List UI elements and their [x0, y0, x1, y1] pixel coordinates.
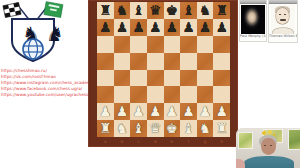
square-h6 — [213, 36, 230, 53]
presenter-torso — [244, 156, 294, 168]
square-e8: ♚ — [164, 2, 181, 19]
square-a1: ♜ — [97, 120, 114, 137]
square-g2: ♟ — [197, 103, 214, 120]
square-f5 — [180, 53, 197, 70]
piece-black-king: ♚ — [166, 3, 178, 17]
square-g5 — [197, 53, 214, 70]
file-label-d: d — [147, 139, 164, 145]
piece-black-pawn: ♟ — [99, 20, 111, 34]
sketch-face — [276, 8, 289, 24]
piece-white-pawn: ♟ — [166, 104, 178, 118]
file-label-f: f — [180, 139, 197, 145]
portrait-card-morphy: Paul Morphy (1837-1884) — [239, 0, 267, 42]
piece-black-rook: ♜ — [99, 3, 111, 17]
square-c5 — [130, 53, 147, 70]
square-f8: ♝ — [180, 2, 197, 19]
piece-black-bishop: ♝ — [133, 3, 145, 17]
file-label-h: h — [213, 139, 230, 145]
piece-black-bishop: ♝ — [182, 3, 194, 17]
square-g1: ♞ — [197, 120, 214, 137]
file-coordinates: abcdefgh — [97, 139, 230, 145]
square-e3 — [164, 86, 181, 103]
presenter-face — [261, 138, 276, 155]
square-b3 — [114, 86, 131, 103]
piece-black-pawn: ♟ — [199, 20, 211, 34]
sketch-shoulders — [273, 28, 293, 34]
wall-art-left — [238, 132, 253, 149]
square-c1: ♝ — [130, 120, 147, 137]
globe-icon — [23, 39, 43, 59]
square-g7: ♟ — [197, 19, 214, 36]
social-links: https://chesshmao.ru/ https://vk.com/ros… — [1, 68, 97, 98]
piece-white-rook: ♜ — [216, 121, 228, 135]
square-g6 — [197, 36, 214, 53]
piece-black-knight: ♞ — [116, 3, 128, 17]
file-label-e: e — [164, 139, 181, 145]
square-e4 — [164, 70, 181, 87]
square-b8: ♞ — [114, 2, 131, 19]
piece-white-bishop: ♝ — [182, 121, 194, 135]
square-d4 — [147, 70, 164, 87]
file-label-a: a — [97, 139, 114, 145]
square-d7: ♟ — [147, 19, 164, 36]
square-a4 — [97, 70, 114, 87]
right-knight-icon: ♞ — [46, 22, 64, 46]
webcam-view — [236, 128, 300, 168]
piece-black-pawn: ♟ — [116, 20, 128, 34]
square-c6 — [130, 36, 147, 53]
piece-black-pawn: ♟ — [149, 20, 161, 34]
piece-white-pawn: ♟ — [99, 104, 111, 118]
piece-black-pawn: ♟ — [182, 20, 194, 34]
square-h5 — [213, 53, 230, 70]
file-label-g: g — [197, 139, 214, 145]
square-g4 — [197, 70, 214, 87]
square-f2: ♟ — [180, 103, 197, 120]
square-c8: ♝ — [130, 2, 147, 19]
square-d3 — [147, 86, 164, 103]
square-b2: ♟ — [114, 103, 131, 120]
wall-art-right — [288, 129, 300, 150]
square-d8: ♛ — [147, 2, 164, 19]
portrait-photo-dark — [241, 5, 265, 34]
square-c4 — [130, 70, 147, 87]
square-d5 — [147, 53, 164, 70]
card-header-bar — [240, 0, 266, 4]
piece-white-rook: ♜ — [99, 121, 111, 135]
checkered-flag — [3, 2, 21, 17]
square-a3 — [97, 86, 114, 103]
crest-graphic: ♞ ♞ — [2, 1, 64, 65]
square-b1: ♞ — [114, 120, 131, 137]
square-a5 — [97, 53, 114, 70]
portrait-caption: Thomas Wilson Barnes (1825-1874) — [269, 34, 297, 39]
square-c3 — [130, 86, 147, 103]
file-label-b: b — [114, 139, 131, 145]
piece-white-bishop: ♝ — [133, 121, 145, 135]
square-d1: ♛ — [147, 120, 164, 137]
sketch-eye — [284, 14, 286, 15]
square-d2: ♟ — [147, 103, 164, 120]
square-f3 — [180, 86, 197, 103]
card-header-bar — [269, 0, 297, 4]
square-e7: ♟ — [164, 19, 181, 36]
square-c2: ♟ — [130, 103, 147, 120]
pink-object — [236, 159, 245, 168]
square-f7: ♟ — [180, 19, 197, 36]
piece-white-pawn: ♟ — [133, 104, 145, 118]
piece-black-pawn: ♟ — [166, 20, 178, 34]
portrait-sketch — [271, 5, 295, 34]
square-c7: ♟ — [130, 19, 147, 36]
square-f1: ♝ — [180, 120, 197, 137]
piece-black-pawn: ♟ — [133, 20, 145, 34]
square-b5 — [114, 53, 131, 70]
square-h8: ♜ — [213, 2, 230, 19]
square-g3 — [197, 86, 214, 103]
square-h3 — [213, 86, 230, 103]
square-b6 — [114, 36, 131, 53]
square-e6 — [164, 36, 181, 53]
link-youtube[interactable]: https://www.youtube.com/user/ugrachess — [1, 92, 97, 98]
chess-board-frame: ♜♞♝♛♚♝♞♜♟♟♟♟♟♟♟♟♟♟♟♟♟♟♟♟♜♞♝♛♚♝♞♜ abcdefg… — [88, 0, 238, 147]
square-a6 — [97, 36, 114, 53]
piece-white-knight: ♞ — [116, 121, 128, 135]
square-a2: ♟ — [97, 103, 114, 120]
square-e5 — [164, 53, 181, 70]
piece-white-pawn: ♟ — [116, 104, 128, 118]
square-h4 — [213, 70, 230, 87]
square-d6 — [147, 36, 164, 53]
square-h7: ♟ — [213, 19, 230, 36]
sketch-eye — [279, 14, 281, 15]
piece-black-queen: ♛ — [149, 3, 161, 17]
square-e2: ♟ — [164, 103, 181, 120]
square-b4 — [114, 70, 131, 87]
square-a7: ♟ — [97, 19, 114, 36]
piece-white-pawn: ♟ — [149, 104, 161, 118]
square-f4 — [180, 70, 197, 87]
square-h1: ♜ — [213, 120, 230, 137]
chess-board: ♜♞♝♛♚♝♞♜♟♟♟♟♟♟♟♟♟♟♟♟♟♟♟♟♜♞♝♛♚♝♞♜ — [97, 2, 230, 137]
piece-white-queen: ♛ — [149, 121, 161, 135]
portrait-card-barnes: Thomas Wilson Barnes (1825-1874) — [268, 0, 298, 43]
square-b7: ♟ — [114, 19, 131, 36]
chess-club-logo: ♞ ♞ — [2, 1, 64, 65]
piece-white-king: ♚ — [166, 121, 178, 135]
piece-white-pawn: ♟ — [199, 104, 211, 118]
portrait-caption: Paul Morphy (1837-1884) — [240, 34, 266, 39]
square-a8: ♜ — [97, 2, 114, 19]
piece-black-rook: ♜ — [216, 3, 228, 17]
square-h2: ♟ — [213, 103, 230, 120]
piece-white-pawn: ♟ — [216, 104, 228, 118]
square-g8: ♞ — [197, 2, 214, 19]
piece-white-pawn: ♟ — [182, 104, 194, 118]
piece-white-knight: ♞ — [199, 121, 211, 135]
square-f6 — [180, 36, 197, 53]
link-instagram[interactable]: https://www.instagram.com/chess_academy8… — [1, 80, 97, 86]
square-e1: ♚ — [164, 120, 181, 137]
piece-black-knight: ♞ — [199, 3, 211, 17]
green-flag — [44, 2, 63, 18]
sketch-mustache — [280, 19, 286, 21]
file-label-c: c — [130, 139, 147, 145]
piece-black-pawn: ♟ — [216, 20, 228, 34]
